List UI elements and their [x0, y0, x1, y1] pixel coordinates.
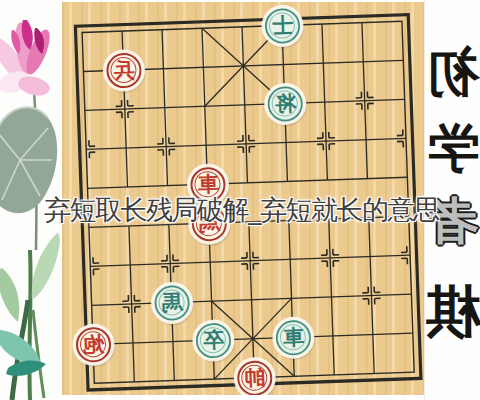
piece-character: 炮 [73, 324, 113, 364]
piece-character: 車 [273, 317, 313, 357]
calligraphy-char-2: 学 [425, 122, 480, 174]
piece-character: 帥 [234, 358, 274, 395]
piece-character: 卒 [193, 320, 233, 360]
piece-black-horse[interactable]: 馬 [151, 282, 191, 322]
piece-red-soldier[interactable]: 兵 [103, 50, 143, 90]
article-title-overlay: 弃短取长残局破解_弃短就长的意思 [44, 192, 480, 228]
piece-red-cannon[interactable]: 炮 [73, 324, 113, 364]
piece-character: 馬 [151, 282, 191, 322]
piece-black-chariot[interactable]: 車 [273, 317, 313, 357]
calligraphy-char-1: 初 [425, 46, 480, 98]
piece-black-advisor[interactable]: 士 [262, 5, 302, 45]
piece-character: 将 [265, 83, 305, 123]
piece-black-general[interactable]: 将 [265, 83, 305, 123]
piece-black-soldier[interactable]: 卒 [193, 320, 233, 360]
piece-character: 兵 [103, 50, 143, 90]
piece-character: 士 [262, 5, 302, 45]
piece-red-general[interactable]: 帥 [234, 358, 274, 395]
calligraphy-char-4: 棋 [425, 284, 480, 340]
